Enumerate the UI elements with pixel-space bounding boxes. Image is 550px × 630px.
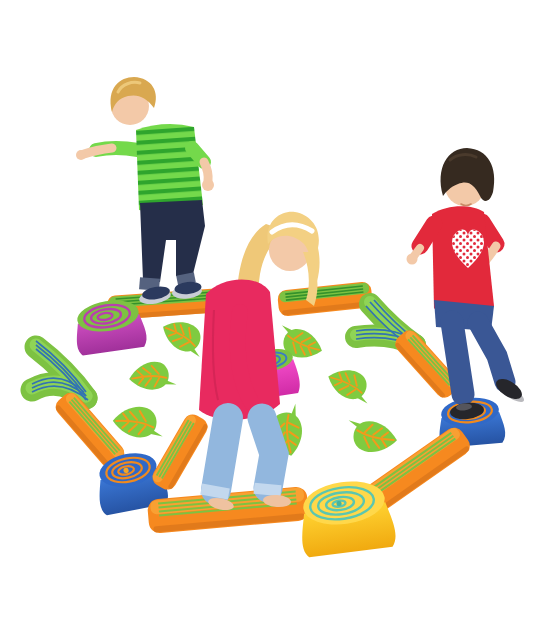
leaf-mat (127, 359, 176, 393)
boy-right-hand (202, 179, 214, 191)
boy-left-hand (76, 150, 86, 160)
boy-shirt (136, 124, 203, 212)
boy-left-arm (84, 148, 112, 154)
beam-short-diagonal (149, 411, 211, 493)
girl-center-leg-back (216, 418, 228, 490)
boy-cuff-left (149, 278, 150, 290)
boy-jeans (140, 200, 205, 282)
girl-right-hand-near (407, 254, 418, 265)
girl-center-leg-front (262, 418, 274, 488)
leaf-mat (324, 363, 377, 405)
girl-center-cuff-front (267, 484, 268, 495)
girl-right-leg-front (452, 322, 463, 394)
beam-top-right (277, 281, 373, 317)
child-boy (76, 77, 214, 306)
scene-photo (0, 0, 550, 630)
leaf-mat (345, 418, 399, 455)
girl-center-cuff-back (214, 486, 216, 497)
leaf-mat (112, 405, 164, 438)
product-photo-stage (0, 0, 550, 630)
girl-right-sleeve-near (420, 224, 434, 246)
girl-right-leg-back (478, 322, 505, 382)
child-girl-center (199, 212, 320, 512)
boy-right-arm (204, 162, 208, 181)
